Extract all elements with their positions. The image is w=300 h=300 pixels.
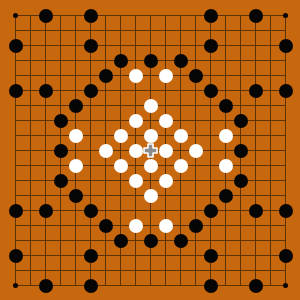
black-stone bbox=[174, 54, 188, 68]
black-stone bbox=[114, 54, 128, 68]
go-board[interactable] bbox=[0, 0, 300, 300]
black-stone bbox=[39, 84, 53, 98]
black-stone bbox=[39, 204, 53, 218]
screenshot bbox=[0, 0, 300, 300]
white-stone bbox=[69, 159, 83, 173]
white-stone bbox=[129, 69, 143, 83]
corner-dot bbox=[13, 283, 18, 288]
black-stone bbox=[219, 99, 233, 113]
black-stone bbox=[249, 9, 263, 23]
black-stone bbox=[84, 279, 98, 293]
black-stone bbox=[174, 234, 188, 248]
black-stone bbox=[204, 84, 218, 98]
black-stone bbox=[189, 219, 203, 233]
white-stone bbox=[144, 99, 158, 113]
white-stone bbox=[114, 129, 128, 143]
black-stone bbox=[84, 84, 98, 98]
white-stone bbox=[129, 219, 143, 233]
black-stone bbox=[249, 84, 263, 98]
black-stone bbox=[204, 204, 218, 218]
black-stone bbox=[84, 249, 98, 263]
black-stone bbox=[204, 249, 218, 263]
black-stone bbox=[9, 204, 23, 218]
white-stone bbox=[189, 144, 203, 158]
white-stone bbox=[159, 174, 173, 188]
black-stone bbox=[249, 279, 263, 293]
white-stone bbox=[219, 159, 233, 173]
white-stone bbox=[159, 219, 173, 233]
black-stone bbox=[9, 84, 23, 98]
black-stone bbox=[204, 279, 218, 293]
white-stone bbox=[219, 129, 233, 143]
black-stone bbox=[234, 174, 248, 188]
black-stone bbox=[279, 249, 293, 263]
black-stone bbox=[189, 69, 203, 83]
black-stone bbox=[234, 114, 248, 128]
black-stone bbox=[84, 39, 98, 53]
center-cross-marker bbox=[141, 141, 160, 160]
black-stone bbox=[9, 39, 23, 53]
white-stone bbox=[129, 114, 143, 128]
black-stone bbox=[234, 144, 248, 158]
black-stone bbox=[99, 69, 113, 83]
black-stone bbox=[249, 204, 263, 218]
corner-dot bbox=[13, 13, 18, 18]
black-stone bbox=[219, 189, 233, 203]
black-stone bbox=[279, 84, 293, 98]
black-stone bbox=[114, 234, 128, 248]
white-stone bbox=[159, 144, 173, 158]
white-stone bbox=[174, 159, 188, 173]
corner-dot bbox=[283, 13, 288, 18]
white-stone bbox=[174, 129, 188, 143]
black-stone bbox=[204, 9, 218, 23]
black-stone bbox=[144, 234, 158, 248]
white-stone bbox=[114, 159, 128, 173]
black-stone bbox=[69, 189, 83, 203]
white-stone bbox=[159, 114, 173, 128]
black-stone bbox=[54, 144, 68, 158]
black-stone bbox=[99, 219, 113, 233]
black-stone bbox=[69, 99, 83, 113]
white-stone bbox=[159, 69, 173, 83]
black-stone bbox=[39, 279, 53, 293]
black-stone bbox=[84, 9, 98, 23]
corner-dot bbox=[283, 283, 288, 288]
black-stone bbox=[54, 174, 68, 188]
white-stone bbox=[144, 189, 158, 203]
white-stone bbox=[144, 159, 158, 173]
black-stone bbox=[84, 204, 98, 218]
black-stone bbox=[39, 9, 53, 23]
white-stone bbox=[129, 174, 143, 188]
black-stone bbox=[204, 39, 218, 53]
black-stone bbox=[9, 249, 23, 263]
black-stone bbox=[279, 39, 293, 53]
white-stone bbox=[99, 144, 113, 158]
black-stone bbox=[144, 54, 158, 68]
white-stone bbox=[69, 129, 83, 143]
black-stone bbox=[279, 204, 293, 218]
black-stone bbox=[54, 114, 68, 128]
